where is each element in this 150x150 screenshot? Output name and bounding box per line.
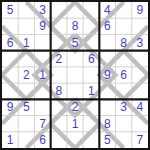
- cell-r4c3[interactable]: [34, 51, 50, 67]
- cell-r3c1[interactable]: 6: [2, 34, 18, 50]
- cell-r5c8[interactable]: 6: [116, 67, 132, 83]
- cell-r2c5[interactable]: 8: [67, 18, 83, 34]
- cell-r9c3[interactable]: 6: [34, 132, 50, 148]
- cell-r7c2[interactable]: 5: [18, 99, 34, 115]
- cell-r9c5[interactable]: [67, 132, 83, 148]
- cell-r6c1[interactable]: [2, 83, 18, 99]
- cell-r6c9[interactable]: [132, 83, 148, 99]
- cell-r5c1[interactable]: [2, 67, 18, 83]
- cell-r1c2[interactable]: [18, 2, 34, 18]
- cell-r9c9[interactable]: 7: [132, 132, 148, 148]
- cell-r3c9[interactable]: 3: [132, 34, 148, 50]
- cell-r9c1[interactable]: 1: [2, 132, 18, 148]
- cell-r8c1[interactable]: [2, 116, 18, 132]
- cell-r2c6[interactable]: [83, 18, 99, 34]
- cell-r7c3[interactable]: [34, 99, 50, 115]
- cell-r4c2[interactable]: [18, 51, 34, 67]
- cell-r3c2[interactable]: 1: [18, 34, 34, 50]
- cell-r7c1[interactable]: 9: [2, 99, 18, 115]
- cell-r4c8[interactable]: [116, 51, 132, 67]
- cell-r2c3[interactable]: 9: [34, 18, 50, 34]
- cell-r4c9[interactable]: [132, 51, 148, 67]
- cell-r3c5[interactable]: 5: [67, 34, 83, 50]
- cell-r5c9[interactable]: [132, 67, 148, 83]
- cell-r5c6[interactable]: [83, 67, 99, 83]
- cell-r6c7[interactable]: [99, 83, 115, 99]
- cell-r7c6[interactable]: [83, 99, 99, 115]
- cell-r8c5[interactable]: 1: [67, 116, 83, 132]
- sudoku-board: 53499866158326219681952347181657: [0, 0, 150, 150]
- cell-r9c6[interactable]: [83, 132, 99, 148]
- cell-r1c9[interactable]: 9: [132, 2, 148, 18]
- cell-r2c9[interactable]: [132, 18, 148, 34]
- cell-r6c8[interactable]: [116, 83, 132, 99]
- cell-r7c8[interactable]: 3: [116, 99, 132, 115]
- cell-r5c4[interactable]: [51, 67, 67, 83]
- cell-r6c6[interactable]: 1: [83, 83, 99, 99]
- cell-r3c8[interactable]: 8: [116, 34, 132, 50]
- cell-r4c7[interactable]: [99, 51, 115, 67]
- cell-r2c1[interactable]: [2, 18, 18, 34]
- cell-r9c4[interactable]: [51, 132, 67, 148]
- cell-r3c7[interactable]: [99, 34, 115, 50]
- sudoku-cells: 53499866158326219681952347181657: [2, 2, 148, 148]
- cell-r2c7[interactable]: 6: [99, 18, 115, 34]
- cell-r7c7[interactable]: [99, 99, 115, 115]
- cell-r9c8[interactable]: [116, 132, 132, 148]
- cell-r8c9[interactable]: [132, 116, 148, 132]
- cell-r7c9[interactable]: 4: [132, 99, 148, 115]
- cell-r1c6[interactable]: [83, 2, 99, 18]
- cell-r1c4[interactable]: [51, 2, 67, 18]
- cell-r8c4[interactable]: [51, 116, 67, 132]
- cell-r2c2[interactable]: [18, 18, 34, 34]
- cell-r6c4[interactable]: 8: [51, 83, 67, 99]
- cell-r6c5[interactable]: [67, 83, 83, 99]
- cell-r1c7[interactable]: 4: [99, 2, 115, 18]
- cell-r1c3[interactable]: 3: [34, 2, 50, 18]
- cell-r6c3[interactable]: [34, 83, 50, 99]
- cell-r5c7[interactable]: 9: [99, 67, 115, 83]
- cell-r8c6[interactable]: [83, 116, 99, 132]
- cell-r8c2[interactable]: [18, 116, 34, 132]
- cell-r8c3[interactable]: 7: [34, 116, 50, 132]
- cell-r3c3[interactable]: [34, 34, 50, 50]
- cell-r2c4[interactable]: [51, 18, 67, 34]
- cell-r9c7[interactable]: 5: [99, 132, 115, 148]
- cell-r3c4[interactable]: [51, 34, 67, 50]
- cell-r7c5[interactable]: 2: [67, 99, 83, 115]
- cell-r5c3[interactable]: 1: [34, 67, 50, 83]
- cell-r1c5[interactable]: [67, 2, 83, 18]
- cell-r5c2[interactable]: 2: [18, 67, 34, 83]
- cell-r6c2[interactable]: [18, 83, 34, 99]
- cell-r1c8[interactable]: [116, 2, 132, 18]
- cell-r4c5[interactable]: [67, 51, 83, 67]
- cell-r5c5[interactable]: [67, 67, 83, 83]
- cell-r4c6[interactable]: 6: [83, 51, 99, 67]
- cell-r8c7[interactable]: 8: [99, 116, 115, 132]
- cell-r8c8[interactable]: [116, 116, 132, 132]
- cell-r2c8[interactable]: [116, 18, 132, 34]
- cell-r4c1[interactable]: [2, 51, 18, 67]
- cell-r7c4[interactable]: [51, 99, 67, 115]
- cell-r3c6[interactable]: [83, 34, 99, 50]
- cell-r4c4[interactable]: 2: [51, 51, 67, 67]
- cell-r1c1[interactable]: 5: [2, 2, 18, 18]
- cell-r9c2[interactable]: [18, 132, 34, 148]
